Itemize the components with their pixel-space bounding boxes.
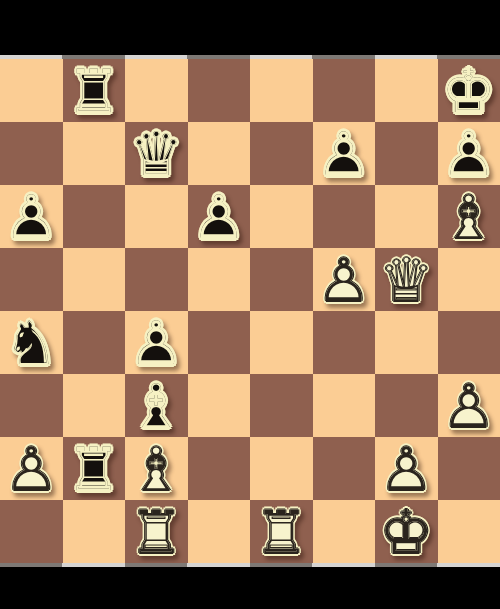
square-a4[interactable]: ♞♘ <box>0 311 63 374</box>
square-c7[interactable]: ♛♕ <box>125 122 188 185</box>
square-c8[interactable] <box>125 59 188 122</box>
white-king[interactable]: ♚♔ <box>375 500 438 563</box>
square-a5[interactable] <box>0 248 63 311</box>
square-b6[interactable] <box>63 185 126 248</box>
square-c2[interactable]: ♝♗ <box>125 437 188 500</box>
square-a6[interactable]: ♟♙ <box>0 185 63 248</box>
square-b5[interactable] <box>63 248 126 311</box>
square-b8[interactable]: ♜♖ <box>63 59 126 122</box>
square-e3[interactable] <box>250 374 313 437</box>
square-e1[interactable]: ♜♖ <box>250 500 313 563</box>
black-pawn[interactable]: ♟♙ <box>188 185 251 248</box>
square-d3[interactable] <box>188 374 251 437</box>
chess-app: ♜♖♚♔♛♕♟♙♟♙♟♙♟♙♝♗♟♙♛♕♞♘♟♙♝♗♟♙♟♙♜♖♝♗♟♙♜♖♜♖… <box>0 0 500 609</box>
square-e5[interactable] <box>250 248 313 311</box>
square-e4[interactable] <box>250 311 313 374</box>
black-pawn[interactable]: ♟♙ <box>125 311 188 374</box>
square-c4[interactable]: ♟♙ <box>125 311 188 374</box>
square-g8[interactable] <box>375 59 438 122</box>
white-pawn[interactable]: ♟♙ <box>438 374 500 437</box>
square-d6[interactable]: ♟♙ <box>188 185 251 248</box>
square-g1[interactable]: ♚♔ <box>375 500 438 563</box>
square-g6[interactable] <box>375 185 438 248</box>
square-h1[interactable] <box>438 500 500 563</box>
square-b7[interactable] <box>63 122 126 185</box>
square-f3[interactable] <box>313 374 376 437</box>
square-c3[interactable]: ♝♗ <box>125 374 188 437</box>
square-a7[interactable] <box>0 122 63 185</box>
square-h2[interactable] <box>438 437 500 500</box>
square-h5[interactable] <box>438 248 500 311</box>
square-b3[interactable] <box>63 374 126 437</box>
white-rook[interactable]: ♜♖ <box>125 500 188 563</box>
black-bishop[interactable]: ♝♗ <box>125 374 188 437</box>
square-d8[interactable] <box>188 59 251 122</box>
square-a8[interactable] <box>0 59 63 122</box>
square-h3[interactable]: ♟♙ <box>438 374 500 437</box>
square-d2[interactable] <box>188 437 251 500</box>
white-pawn[interactable]: ♟♙ <box>313 248 376 311</box>
chess-board[interactable]: ♜♖♚♔♛♕♟♙♟♙♟♙♟♙♝♗♟♙♛♕♞♘♟♙♝♗♟♙♟♙♜♖♝♗♟♙♜♖♜♖… <box>0 59 500 563</box>
square-f6[interactable] <box>313 185 376 248</box>
square-e2[interactable] <box>250 437 313 500</box>
square-c5[interactable] <box>125 248 188 311</box>
square-f1[interactable] <box>313 500 376 563</box>
white-rook[interactable]: ♜♖ <box>250 500 313 563</box>
square-d5[interactable] <box>188 248 251 311</box>
white-pawn[interactable]: ♟♙ <box>375 437 438 500</box>
square-g3[interactable] <box>375 374 438 437</box>
white-bishop[interactable]: ♝♗ <box>438 185 500 248</box>
black-king[interactable]: ♚♔ <box>438 59 500 122</box>
square-a3[interactable] <box>0 374 63 437</box>
black-queen[interactable]: ♛♕ <box>125 122 188 185</box>
square-f5[interactable]: ♟♙ <box>313 248 376 311</box>
square-h6[interactable]: ♝♗ <box>438 185 500 248</box>
square-g4[interactable] <box>375 311 438 374</box>
square-e6[interactable] <box>250 185 313 248</box>
square-g5[interactable]: ♛♕ <box>375 248 438 311</box>
black-rook[interactable]: ♜♖ <box>63 59 126 122</box>
bottom-letterbox <box>0 567 500 609</box>
square-c6[interactable] <box>125 185 188 248</box>
top-letterbox <box>0 0 500 55</box>
square-f4[interactable] <box>313 311 376 374</box>
square-h7[interactable]: ♟♙ <box>438 122 500 185</box>
white-pawn[interactable]: ♟♙ <box>0 437 63 500</box>
white-queen[interactable]: ♛♕ <box>375 248 438 311</box>
black-pawn[interactable]: ♟♙ <box>313 122 376 185</box>
square-d7[interactable] <box>188 122 251 185</box>
square-g7[interactable] <box>375 122 438 185</box>
square-c1[interactable]: ♜♖ <box>125 500 188 563</box>
white-bishop[interactable]: ♝♗ <box>125 437 188 500</box>
black-knight[interactable]: ♞♘ <box>0 311 63 374</box>
black-pawn[interactable]: ♟♙ <box>438 122 500 185</box>
square-e7[interactable] <box>250 122 313 185</box>
square-d1[interactable] <box>188 500 251 563</box>
square-f7[interactable]: ♟♙ <box>313 122 376 185</box>
black-pawn[interactable]: ♟♙ <box>0 185 63 248</box>
black-rook[interactable]: ♜♖ <box>63 437 126 500</box>
square-d4[interactable] <box>188 311 251 374</box>
square-e8[interactable] <box>250 59 313 122</box>
square-a1[interactable] <box>0 500 63 563</box>
square-b1[interactable] <box>63 500 126 563</box>
square-f8[interactable] <box>313 59 376 122</box>
square-f2[interactable] <box>313 437 376 500</box>
square-h4[interactable] <box>438 311 500 374</box>
square-g2[interactable]: ♟♙ <box>375 437 438 500</box>
square-a2[interactable]: ♟♙ <box>0 437 63 500</box>
square-b2[interactable]: ♜♖ <box>63 437 126 500</box>
square-b4[interactable] <box>63 311 126 374</box>
square-h8[interactable]: ♚♔ <box>438 59 500 122</box>
